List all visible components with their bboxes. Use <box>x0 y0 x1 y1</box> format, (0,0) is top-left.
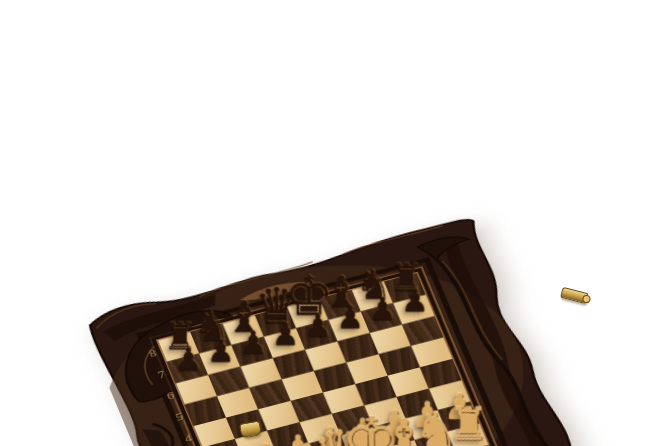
square-h1[interactable]: ♜ <box>447 423 488 446</box>
carved-chess-box: ♜♞♝♛♚♝♞♜♟♟♟♟♟♟♟♟♟♟♟♟♟♟♟♟♜♞♝♛♚♝♞♜ 8765432… <box>79 212 623 446</box>
black-pawn-glyph: ♟ <box>207 336 235 367</box>
white-rook-glyph: ♜ <box>448 402 489 446</box>
black-pawn-glyph: ♟ <box>336 302 364 333</box>
black-pawn-glyph: ♟ <box>239 328 267 359</box>
black-pawn-glyph: ♟ <box>304 311 332 342</box>
black-pawn-glyph: ♟ <box>272 319 300 350</box>
black-pawn-glyph: ♟ <box>175 344 203 375</box>
black-pawn-glyph: ♟ <box>401 286 429 317</box>
product-photo-scene: ♜♞♝♛♚♝♞♜♟♟♟♟♟♟♟♟♟♟♟♟♟♟♟♟♜♞♝♛♚♝♞♜ 8765432… <box>0 0 670 446</box>
black-pawn-glyph: ♟ <box>369 294 397 325</box>
brass-clasp-right <box>560 287 589 304</box>
